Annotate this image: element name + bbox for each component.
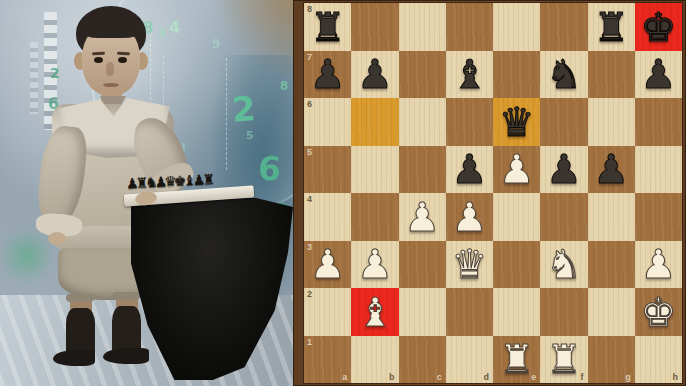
square-d4[interactable]: ♟ — [446, 193, 493, 241]
square-b1[interactable]: b — [351, 336, 398, 384]
square-d6[interactable] — [446, 98, 493, 146]
square-a4[interactable]: 4 — [304, 193, 351, 241]
square-g7[interactable] — [588, 51, 635, 99]
chess-board: 8♜♜♚7♟♟♝♞♟6♛5♟♟♟♟4♟♟3♟♟♛♞♟2♝♚1abcde♜f♜gh — [293, 0, 686, 386]
piece-white-knight: ♞ — [546, 244, 582, 284]
piece-white-pawn: ♟ — [404, 197, 440, 237]
file-label-f: f — [581, 372, 584, 382]
square-f4[interactable] — [540, 193, 587, 241]
rank-label-8: 8 — [307, 4, 312, 14]
piece-white-pawn: ♟ — [499, 149, 535, 189]
eye-shape — [118, 57, 127, 63]
square-e5[interactable]: ♟ — [493, 146, 540, 194]
rank-label-6: 6 — [307, 99, 312, 109]
piece-white-bishop: ♝ — [357, 292, 393, 332]
square-d5[interactable]: ♟ — [446, 146, 493, 194]
piece-white-pawn: ♟ — [640, 244, 676, 284]
square-h4[interactable] — [635, 193, 682, 241]
hand-shape — [48, 232, 66, 245]
nose-shape — [106, 62, 114, 76]
square-f2[interactable] — [540, 288, 587, 336]
rank-label-3: 3 — [307, 242, 312, 252]
square-d8[interactable] — [446, 3, 493, 51]
square-b4[interactable] — [351, 193, 398, 241]
square-h1[interactable]: h — [635, 336, 682, 384]
piece-black-pawn: ♟ — [451, 149, 487, 189]
square-e1[interactable]: e♜ — [493, 336, 540, 384]
square-d3[interactable]: ♛ — [446, 241, 493, 289]
square-h6[interactable] — [635, 98, 682, 146]
file-label-h: h — [673, 372, 679, 382]
square-d7[interactable]: ♝ — [446, 51, 493, 99]
piece-white-pawn: ♟ — [451, 197, 487, 237]
square-c2[interactable] — [399, 288, 446, 336]
square-h7[interactable]: ♟ — [635, 51, 682, 99]
square-a1[interactable]: 1a — [304, 336, 351, 384]
piece-white-pawn: ♟ — [357, 244, 393, 284]
board-grid: 8♜♜♚7♟♟♝♞♟6♛5♟♟♟♟4♟♟3♟♟♛♞♟2♝♚1abcde♜f♜gh — [304, 3, 682, 383]
square-e3[interactable] — [493, 241, 540, 289]
square-e4[interactable] — [493, 193, 540, 241]
square-b2[interactable]: ♝ — [351, 288, 398, 336]
square-g6[interactable] — [588, 98, 635, 146]
piece-black-pawn: ♟ — [357, 54, 393, 94]
square-g3[interactable] — [588, 241, 635, 289]
square-a5[interactable]: 5 — [304, 146, 351, 194]
piece-white-king: ♚ — [640, 292, 676, 332]
file-label-a: a — [342, 372, 347, 382]
square-g1[interactable]: g — [588, 336, 635, 384]
hair-fringe — [82, 20, 140, 38]
rank-label-4: 4 — [307, 194, 312, 204]
square-c6[interactable] — [399, 98, 446, 146]
overlay-digit: 2 — [50, 66, 60, 80]
file-label-e: e — [531, 372, 536, 382]
piece-white-queen: ♛ — [451, 244, 487, 284]
piece-white-rook: ♜ — [499, 339, 535, 379]
square-f1[interactable]: f♜ — [540, 336, 587, 384]
file-label-d: d — [484, 372, 490, 382]
file-label-c: c — [437, 372, 442, 382]
mouth-shape — [103, 83, 119, 87]
square-f5[interactable]: ♟ — [540, 146, 587, 194]
knee-band-shape — [66, 294, 94, 302]
ruler-line — [150, 34, 151, 100]
overlay-digit: 4 — [169, 20, 180, 36]
square-c3[interactable] — [399, 241, 446, 289]
square-e2[interactable] — [493, 288, 540, 336]
piece-black-pawn: ♟ — [593, 149, 629, 189]
square-c5[interactable] — [399, 146, 446, 194]
square-c7[interactable] — [399, 51, 446, 99]
piece-black-rook: ♜ — [310, 7, 346, 47]
rank-label-1: 1 — [307, 337, 312, 347]
square-f3[interactable]: ♞ — [540, 241, 587, 289]
square-c4[interactable]: ♟ — [399, 193, 446, 241]
square-f6[interactable] — [540, 98, 587, 146]
overlay-digit: 8 — [280, 80, 288, 92]
square-a2[interactable]: 2 — [304, 288, 351, 336]
overlay-digit: 6 — [257, 151, 282, 185]
square-b7[interactable]: ♟ — [351, 51, 398, 99]
capablanca-photo: 28349268261835 — [0, 0, 293, 386]
square-e8[interactable] — [493, 3, 540, 51]
boot-foot-shape — [103, 348, 149, 364]
rank-label-7: 7 — [307, 52, 312, 62]
square-d2[interactable] — [446, 288, 493, 336]
square-b3[interactable]: ♟ — [351, 241, 398, 289]
square-d1[interactable]: d — [446, 336, 493, 384]
overlay-digit: 5 — [246, 130, 254, 141]
square-f7[interactable]: ♞ — [540, 51, 587, 99]
screenshot: 28349268261835 — [0, 0, 686, 386]
square-h3[interactable]: ♟ — [635, 241, 682, 289]
overlay-digit: 2 — [231, 91, 257, 127]
overlay-digit: 9 — [212, 38, 220, 50]
square-a8[interactable]: 8♜ — [304, 3, 351, 51]
square-g4[interactable] — [588, 193, 635, 241]
square-a7[interactable]: 7♟ — [304, 51, 351, 99]
overlay-digit: 3 — [157, 26, 166, 39]
rank-label-5: 5 — [307, 147, 312, 157]
file-label-g: g — [625, 372, 631, 382]
square-g2[interactable] — [588, 288, 635, 336]
rank-label-2: 2 — [307, 289, 312, 299]
piece-black-queen: ♛ — [499, 102, 535, 142]
square-b8[interactable] — [351, 3, 398, 51]
square-g8[interactable]: ♜ — [588, 3, 635, 51]
square-a3[interactable]: 3♟ — [304, 241, 351, 289]
square-h2[interactable]: ♚ — [635, 288, 682, 336]
square-h8[interactable]: ♚ — [635, 3, 682, 51]
piece-black-bishop: ♝ — [451, 54, 487, 94]
film-strip-faint — [30, 42, 38, 114]
square-c1[interactable]: c — [399, 336, 446, 384]
piece-black-knight: ♞ — [546, 54, 582, 94]
piece-white-pawn: ♟ — [310, 244, 346, 284]
square-e7[interactable] — [493, 51, 540, 99]
eye-shape — [94, 57, 103, 63]
piece-black-rook: ♜ — [593, 7, 629, 47]
boot-foot-shape — [53, 350, 95, 366]
square-a6[interactable]: 6 — [304, 98, 351, 146]
piece-black-pawn: ♟ — [310, 54, 346, 94]
knee-band-shape — [112, 292, 140, 300]
piece-white-rook: ♜ — [546, 339, 582, 379]
piece-black-pawn: ♟ — [640, 54, 676, 94]
square-b6[interactable] — [351, 98, 398, 146]
square-f8[interactable] — [540, 3, 587, 51]
square-e6[interactable]: ♛ — [493, 98, 540, 146]
square-b5[interactable] — [351, 146, 398, 194]
square-g5[interactable]: ♟ — [588, 146, 635, 194]
square-c8[interactable] — [399, 3, 446, 51]
square-h5[interactable] — [635, 146, 682, 194]
ruler-line — [226, 58, 227, 170]
piece-black-pawn: ♟ — [546, 149, 582, 189]
piece-black-king: ♚ — [640, 7, 676, 47]
file-label-b: b — [389, 372, 395, 382]
